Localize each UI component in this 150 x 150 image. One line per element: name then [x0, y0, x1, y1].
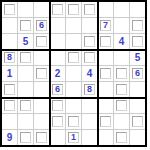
- given-digit: 4: [119, 37, 125, 47]
- square-cell-marker: [52, 100, 63, 111]
- square-cell-marker: [36, 36, 47, 47]
- cell-r4c5[interactable]: [66, 50, 81, 65]
- sudoku-board: 67548512466891: [0, 0, 147, 147]
- cell-r4c2[interactable]: [18, 50, 33, 65]
- square-cell-marker: 1: [68, 132, 79, 143]
- cell-r7c3[interactable]: [34, 98, 49, 113]
- cell-r8c5[interactable]: [66, 114, 81, 129]
- square-cell-marker: [68, 4, 79, 15]
- square-cell-marker: [116, 100, 127, 111]
- cell-r5c9[interactable]: 6: [130, 66, 145, 81]
- cell-r4c7[interactable]: [98, 50, 113, 65]
- cell-r8c4[interactable]: [50, 114, 65, 129]
- given-digit: 8: [7, 53, 12, 62]
- cell-r9c7[interactable]: [98, 130, 113, 145]
- cell-r4c8[interactable]: [114, 50, 129, 65]
- square-cell-marker: [68, 116, 79, 127]
- cell-r8c9[interactable]: [130, 114, 145, 129]
- cell-r2c4[interactable]: [50, 18, 65, 33]
- cell-r5c1[interactable]: 1: [2, 66, 17, 81]
- square-cell-marker: [4, 4, 15, 15]
- cell-r6c9[interactable]: [130, 82, 145, 97]
- square-cell-marker: [36, 68, 47, 79]
- cell-r8c2[interactable]: [18, 114, 33, 129]
- square-cell-marker: [84, 4, 95, 15]
- square-cell-marker: [36, 132, 47, 143]
- cell-r6c8[interactable]: [114, 82, 129, 97]
- square-cell-marker: [4, 84, 15, 95]
- cell-r7c9[interactable]: [130, 98, 145, 113]
- square-cell-marker: [100, 36, 111, 47]
- square-cell-marker: [20, 20, 31, 31]
- cell-r2c2[interactable]: [18, 18, 33, 33]
- given-digit: 1: [7, 69, 13, 79]
- cell-r5c8[interactable]: [114, 66, 129, 81]
- cell-r7c7[interactable]: [98, 98, 113, 113]
- cell-r3c7[interactable]: [98, 34, 113, 49]
- cell-r2c3[interactable]: 6: [34, 18, 49, 33]
- cell-r7c5[interactable]: [66, 98, 81, 113]
- cell-r5c6[interactable]: 4: [82, 66, 97, 81]
- cell-r9c8[interactable]: [114, 130, 129, 145]
- cell-r1c5[interactable]: [66, 2, 81, 17]
- cell-r6c2[interactable]: [18, 82, 33, 97]
- cell-r9c6[interactable]: [82, 130, 97, 145]
- cell-r6c1[interactable]: [2, 82, 17, 97]
- cell-r5c3[interactable]: [34, 66, 49, 81]
- square-cell-marker: 8: [84, 84, 95, 95]
- square-cell-marker: [116, 68, 127, 79]
- square-cell-marker: [84, 36, 95, 47]
- cell-r1c4[interactable]: [50, 2, 65, 17]
- square-cell-marker: 7: [100, 20, 111, 31]
- cell-r5c7[interactable]: [98, 66, 113, 81]
- cell-r1c8[interactable]: [114, 2, 129, 17]
- cell-r9c4[interactable]: [50, 130, 65, 145]
- cell-r6c4[interactable]: 6: [50, 82, 65, 97]
- cell-r1c3[interactable]: [34, 2, 49, 17]
- given-digit: 9: [7, 133, 13, 143]
- cell-r2c9[interactable]: [130, 18, 145, 33]
- cell-r9c5[interactable]: 1: [66, 130, 81, 145]
- given-digit: 2: [55, 69, 61, 79]
- square-cell-marker: 6: [52, 84, 63, 95]
- cell-r1c2[interactable]: [18, 2, 33, 17]
- square-cell-marker: [52, 4, 63, 15]
- square-cell-marker: [52, 116, 63, 127]
- cell-r4c4[interactable]: [50, 50, 65, 65]
- cell-r1c6[interactable]: [82, 2, 97, 17]
- cell-r5c5[interactable]: [66, 66, 81, 81]
- cell-r9c2[interactable]: [18, 130, 33, 145]
- square-cell-marker: [132, 116, 143, 127]
- square-cell-marker: [132, 20, 143, 31]
- cell-r1c7[interactable]: [98, 2, 113, 17]
- square-cell-marker: [20, 132, 31, 143]
- square-cell-marker: [20, 100, 31, 111]
- square-cell-marker: [84, 52, 95, 63]
- square-cell-marker: [4, 100, 15, 111]
- cell-r9c3[interactable]: [34, 130, 49, 145]
- cell-r6c6[interactable]: 8: [82, 82, 97, 97]
- cell-r8c7[interactable]: [98, 114, 113, 129]
- cell-r2c7[interactable]: 7: [98, 18, 113, 33]
- cell-r4c3[interactable]: [34, 50, 49, 65]
- cell-r5c2[interactable]: [18, 66, 33, 81]
- square-cell-marker: 8: [4, 52, 15, 63]
- cell-r4c1[interactable]: 8: [2, 50, 17, 65]
- square-cell-marker: [100, 116, 111, 127]
- given-digit: 6: [55, 85, 60, 94]
- cell-r7c2[interactable]: [18, 98, 33, 113]
- cell-r8c6[interactable]: [82, 114, 97, 129]
- cell-r2c5[interactable]: [66, 18, 81, 33]
- cell-r9c1[interactable]: 9: [2, 130, 17, 145]
- cell-r8c8[interactable]: [114, 114, 129, 129]
- cell-r7c8[interactable]: [114, 98, 129, 113]
- given-digit: 6: [39, 21, 44, 30]
- given-digit: 5: [135, 53, 141, 63]
- given-digit: 1: [71, 133, 76, 142]
- cell-r2c6[interactable]: [82, 18, 97, 33]
- cell-r1c1[interactable]: [2, 2, 17, 17]
- cell-r8c1[interactable]: [2, 114, 17, 129]
- cell-r2c1[interactable]: [2, 18, 17, 33]
- cell-r3c6[interactable]: [82, 34, 97, 49]
- square-cell-marker: [132, 36, 143, 47]
- square-cell-marker: 6: [36, 20, 47, 31]
- given-digit: 6: [135, 69, 140, 78]
- square-cell-marker: [20, 52, 31, 63]
- cell-r1c9[interactable]: [130, 2, 145, 17]
- cell-r6c7[interactable]: [98, 82, 113, 97]
- cell-r4c6[interactable]: [82, 50, 97, 65]
- cell-r6c5[interactable]: [66, 82, 81, 97]
- square-cell-marker: [68, 52, 79, 63]
- given-digit: 7: [103, 21, 108, 30]
- cell-r3c1[interactable]: [2, 34, 17, 49]
- given-digit: 5: [23, 37, 29, 47]
- cell-r7c4[interactable]: [50, 98, 65, 113]
- given-digit: 4: [87, 69, 93, 79]
- cell-r3c3[interactable]: [34, 34, 49, 49]
- square-cell-marker: [100, 68, 111, 79]
- cell-r2c8[interactable]: [114, 18, 129, 33]
- square-cell-marker: [116, 84, 127, 95]
- cell-r6c3[interactable]: [34, 82, 49, 97]
- cell-r3c8[interactable]: 4: [114, 34, 129, 49]
- cell-r8c3[interactable]: [34, 114, 49, 129]
- cell-r7c1[interactable]: [2, 98, 17, 113]
- cell-r9c9[interactable]: [130, 130, 145, 145]
- cell-r4c9[interactable]: 5: [130, 50, 145, 65]
- cell-r3c5[interactable]: [66, 34, 81, 49]
- given-digit: 8: [87, 85, 92, 94]
- cell-r3c9[interactable]: [130, 34, 145, 49]
- square-cell-marker: 6: [132, 68, 143, 79]
- cell-r3c2[interactable]: 5: [18, 34, 33, 49]
- cell-r5c4[interactable]: 2: [50, 66, 65, 81]
- cell-r3c4[interactable]: [50, 34, 65, 49]
- square-cell-marker: [116, 132, 127, 143]
- cell-r7c6[interactable]: [82, 98, 97, 113]
